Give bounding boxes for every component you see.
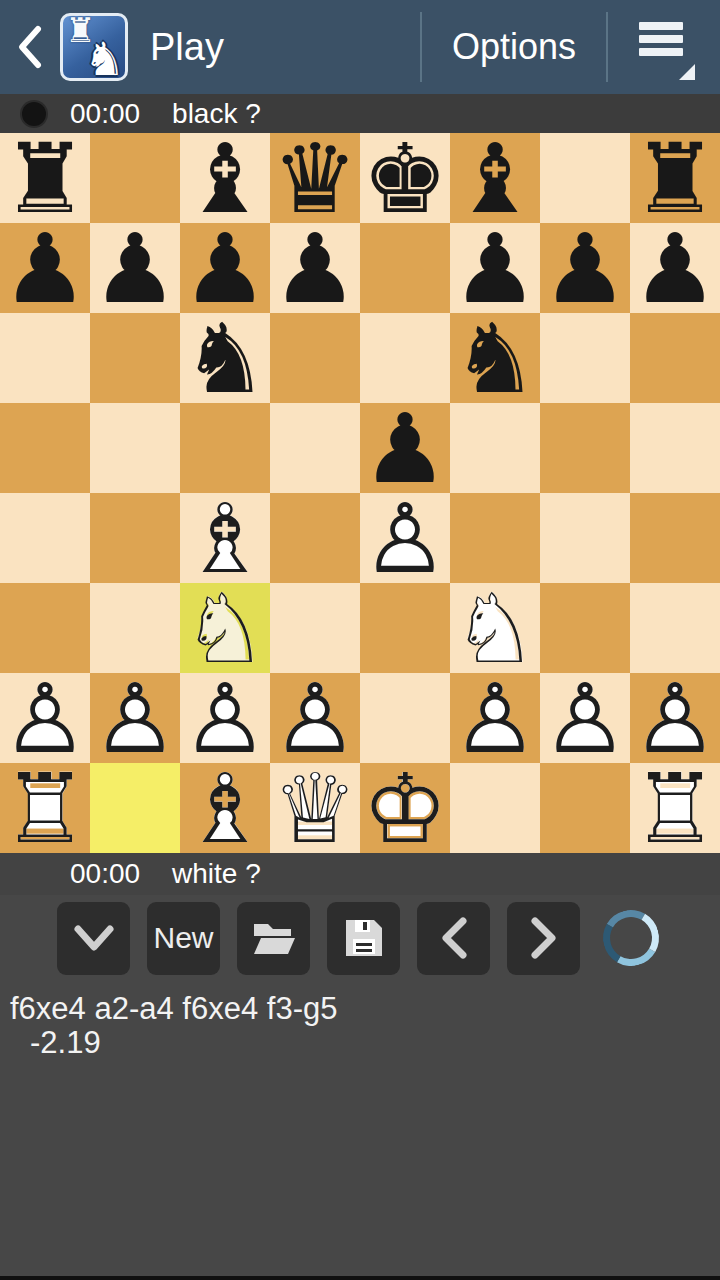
white-pawn-f2: ♟♙ [450,673,540,763]
open-file-button[interactable] [237,902,310,975]
square-c1[interactable]: ♝♗ [180,763,270,853]
square-h5[interactable] [630,403,720,493]
square-f7[interactable]: ♟ [450,223,540,313]
square-h8[interactable]: ♜ [630,133,720,223]
square-a6[interactable] [0,313,90,403]
analysis-moves: f6xe4 a2-a4 f6xe4 f3-g5 [10,992,720,1026]
square-h3[interactable] [630,583,720,673]
square-c2[interactable]: ♟♙ [180,673,270,763]
square-d6[interactable] [270,313,360,403]
chess-board[interactable]: ♜♝♛♚♝♜♟♟♟♟♟♟♟♞♞♟♝♗♟♙♞♘♞♘♟♙♟♙♟♙♟♙♟♙♟♙♟♙♜♖… [0,133,720,853]
white-rook-a1: ♜♖ [0,763,90,853]
square-d1[interactable]: ♛♕ [270,763,360,853]
white-pawn-a2: ♟♙ [0,673,90,763]
black-pawn-c7: ♟ [180,223,270,313]
white-pawn-d2: ♟♙ [270,673,360,763]
black-knight-c6: ♞ [180,313,270,403]
square-g1[interactable] [540,763,630,853]
black-pawn-e5: ♟ [360,403,450,493]
square-a8[interactable]: ♜ [0,133,90,223]
square-e5[interactable]: ♟ [360,403,450,493]
black-pawn-g7: ♟ [540,223,630,313]
square-d5[interactable] [270,403,360,493]
square-f8[interactable]: ♝ [450,133,540,223]
white-clock-bar: 00:00 white ? [0,853,720,895]
square-e4[interactable]: ♟♙ [360,493,450,583]
square-c7[interactable]: ♟ [180,223,270,313]
black-pawn-f7: ♟ [450,223,540,313]
square-g2[interactable]: ♟♙ [540,673,630,763]
bottom-edge [0,1276,720,1280]
turn-indicator-dot [22,102,46,126]
square-a4[interactable] [0,493,90,583]
app-icon: ♜ ♞ [60,13,128,81]
square-f5[interactable] [450,403,540,493]
page-title: Play [150,26,224,69]
white-knight-c3: ♞♘ [180,583,270,673]
black-pawn-a7: ♟ [0,223,90,313]
square-d3[interactable] [270,583,360,673]
black-pawn-h7: ♟ [630,223,720,313]
chevron-right-icon [529,916,559,960]
square-a2[interactable]: ♟♙ [0,673,90,763]
square-h1[interactable]: ♜♖ [630,763,720,853]
white-pawn-b2: ♟♙ [90,673,180,763]
options-button[interactable]: Options [422,0,606,94]
square-f1[interactable] [450,763,540,853]
white-pawn-h2: ♟♙ [630,673,720,763]
square-h7[interactable]: ♟ [630,223,720,313]
white-knight-f3: ♞♘ [450,583,540,673]
square-b3[interactable] [90,583,180,673]
menu-icon [639,22,689,72]
collapse-toolbar-button[interactable] [57,902,130,975]
black-knight-f6: ♞ [450,313,540,403]
white-pawn-e4: ♟♙ [360,493,450,583]
chess-app-screen: ♜ ♞ Play Options 00:00 black ? ♜♝♛♚♝♜♟♟♟… [0,0,720,1280]
analysis-panel: f6xe4 a2-a4 f6xe4 f3-g5 -2.19 [0,978,720,1060]
square-g5[interactable] [540,403,630,493]
square-b4[interactable] [90,493,180,583]
back-button[interactable] [14,23,44,71]
square-b1[interactable] [90,763,180,853]
app-bar: ♜ ♞ Play Options [0,0,720,94]
square-e8[interactable]: ♚ [360,133,450,223]
white-king-e1: ♚♔ [360,763,450,853]
square-a1[interactable]: ♜♖ [0,763,90,853]
chevron-left-icon [439,916,469,960]
forward-move-button[interactable] [507,902,580,975]
black-pawn-d7: ♟ [270,223,360,313]
open-folder-icon [251,918,297,958]
menu-corner-triangle [677,62,697,82]
white-pawn-c2: ♟♙ [180,673,270,763]
square-e2[interactable] [360,673,450,763]
square-g8[interactable] [540,133,630,223]
square-d2[interactable]: ♟♙ [270,673,360,763]
square-b5[interactable] [90,403,180,493]
square-f4[interactable] [450,493,540,583]
square-e6[interactable] [360,313,450,403]
square-d7[interactable]: ♟ [270,223,360,313]
square-e7[interactable] [360,223,450,313]
square-g4[interactable] [540,493,630,583]
white-rook-h1: ♜♖ [630,763,720,853]
white-pawn-g2: ♟♙ [540,673,630,763]
square-e3[interactable] [360,583,450,673]
white-bishop-c1: ♝♗ [180,763,270,853]
square-h6[interactable] [630,313,720,403]
square-b7[interactable]: ♟ [90,223,180,313]
app-icon-knight: ♞ [84,32,125,86]
square-c8[interactable]: ♝ [180,133,270,223]
black-clock-bar: 00:00 black ? [0,94,720,133]
square-h4[interactable] [630,493,720,583]
toolbar: New [0,895,720,978]
black-bishop-c8: ♝ [180,133,270,223]
save-file-button[interactable] [327,902,400,975]
black-rook-h8: ♜ [630,133,720,223]
square-g7[interactable]: ♟ [540,223,630,313]
square-d8[interactable]: ♛ [270,133,360,223]
black-queen-d8: ♛ [270,133,360,223]
square-e1[interactable]: ♚♔ [360,763,450,853]
black-king-e8: ♚ [360,133,450,223]
chevron-down-icon [72,923,116,953]
black-rook-a8: ♜ [0,133,90,223]
square-c4[interactable]: ♝♗ [180,493,270,583]
back-icon [14,23,44,71]
square-c6[interactable]: ♞ [180,313,270,403]
square-c5[interactable] [180,403,270,493]
square-b6[interactable] [90,313,180,403]
new-game-label: New [153,921,213,955]
save-icon [343,917,385,959]
square-a5[interactable] [0,403,90,493]
square-a7[interactable]: ♟ [0,223,90,313]
white-bishop-c4: ♝♗ [180,493,270,583]
engine-thinking-spinner [597,904,666,973]
square-b8[interactable] [90,133,180,223]
square-g6[interactable] [540,313,630,403]
square-d4[interactable] [270,493,360,583]
square-f3[interactable]: ♞♘ [450,583,540,673]
new-game-button[interactable]: New [147,902,220,975]
back-move-button[interactable] [417,902,490,975]
square-a3[interactable] [0,583,90,673]
square-c3[interactable]: ♞♘ [180,583,270,673]
white-queen-d1: ♛♕ [270,763,360,853]
black-pawn-b7: ♟ [90,223,180,313]
square-g3[interactable] [540,583,630,673]
square-f2[interactable]: ♟♙ [450,673,540,763]
square-f6[interactable]: ♞ [450,313,540,403]
analysis-evaluation: -2.19 [10,1026,720,1060]
overflow-menu-button[interactable] [608,0,720,94]
black-bishop-f8: ♝ [450,133,540,223]
square-h2[interactable]: ♟♙ [630,673,720,763]
square-b2[interactable]: ♟♙ [90,673,180,763]
